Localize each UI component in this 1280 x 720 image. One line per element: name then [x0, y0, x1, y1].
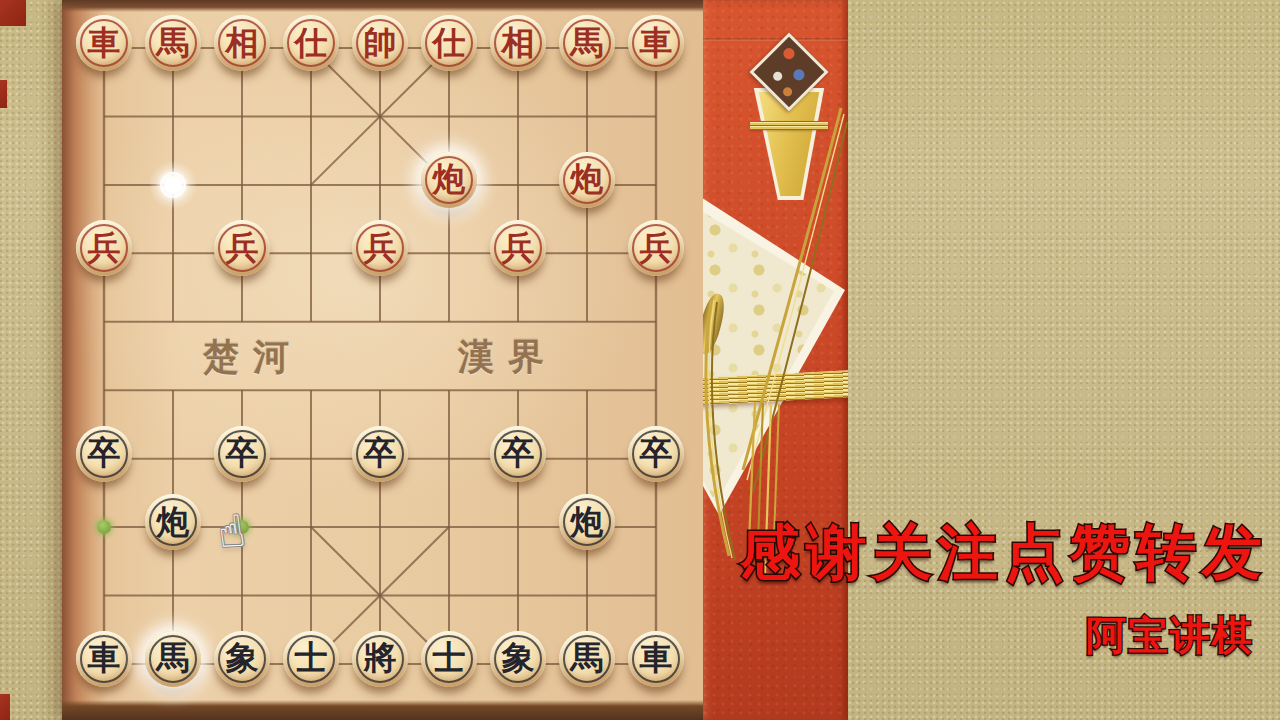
piece-character: 馬 [571, 641, 604, 674]
piece-character: 象 [226, 641, 259, 674]
xiangqi-board[interactable] [62, 0, 708, 720]
piece-red-horse[interactable]: 馬 [559, 15, 615, 71]
piece-character: 士 [295, 641, 328, 674]
paper-crease [703, 38, 848, 41]
piece-character: 炮 [157, 505, 190, 538]
red-paper-sliver [0, 80, 7, 108]
piece-character: 車 [640, 641, 673, 674]
piece-black-advisor[interactable]: 士 [421, 631, 477, 687]
piece-red-soldier[interactable]: 兵 [214, 220, 270, 276]
piece-character: 仕 [433, 26, 466, 59]
piece-red-chariot[interactable]: 車 [628, 15, 684, 71]
banner-text: 感谢关注点赞转发 [740, 520, 1268, 585]
piece-character: 相 [502, 26, 535, 59]
piece-character: 兵 [88, 231, 121, 264]
noshi-gold-band [750, 121, 828, 130]
piece-character: 兵 [226, 231, 259, 264]
board-top-edge [62, 0, 708, 12]
piece-black-general[interactable]: 將 [352, 631, 408, 687]
piece-character: 相 [226, 26, 259, 59]
piece-character: 馬 [157, 26, 190, 59]
piece-black-soldier[interactable]: 卒 [76, 426, 132, 482]
move-hint-dot[interactable] [97, 520, 111, 534]
piece-black-cannon[interactable]: 炮 [145, 494, 201, 550]
piece-black-cannon[interactable]: 炮 [559, 494, 615, 550]
piece-red-soldier[interactable]: 兵 [490, 220, 546, 276]
red-paper-corner [0, 0, 26, 26]
piece-character: 車 [88, 641, 121, 674]
piece-black-chariot[interactable]: 車 [628, 631, 684, 687]
piece-character: 卒 [88, 436, 121, 469]
piece-character: 卒 [364, 436, 397, 469]
piece-black-chariot[interactable]: 車 [76, 631, 132, 687]
piece-red-elephant[interactable]: 相 [490, 15, 546, 71]
piece-black-soldier[interactable]: 卒 [490, 426, 546, 482]
piece-black-elephant[interactable]: 象 [214, 631, 270, 687]
piece-character: 卒 [226, 436, 259, 469]
piece-red-chariot[interactable]: 車 [76, 15, 132, 71]
red-paper-sliver [0, 694, 10, 720]
piece-character: 兵 [502, 231, 535, 264]
piece-red-advisor[interactable]: 仕 [283, 15, 339, 71]
piece-character: 將 [364, 641, 397, 674]
piece-red-cannon[interactable]: 炮 [559, 152, 615, 208]
piece-black-soldier[interactable]: 卒 [628, 426, 684, 482]
piece-character: 炮 [571, 505, 604, 538]
gift-envelope-paper [703, 180, 848, 530]
piece-black-elephant[interactable]: 象 [490, 631, 546, 687]
piece-red-cannon[interactable]: 炮 [421, 152, 477, 208]
piece-red-soldier[interactable]: 兵 [628, 220, 684, 276]
gift-decoration-panel [703, 0, 848, 720]
piece-character: 炮 [433, 162, 466, 195]
piece-black-soldier[interactable]: 卒 [352, 426, 408, 482]
piece-black-soldier[interactable]: 卒 [214, 426, 270, 482]
piece-red-elephant[interactable]: 相 [214, 15, 270, 71]
piece-red-soldier[interactable]: 兵 [76, 220, 132, 276]
board-sheen [62, 0, 708, 720]
piece-black-horse[interactable]: 馬 [145, 631, 201, 687]
xiangqi-app-screen: 楚河 漢界 車馬相仕帥仕相馬車炮炮兵兵兵兵兵卒卒卒卒卒炮炮車馬象士將士象馬車 ☝… [0, 0, 1280, 720]
move-hint-dot[interactable] [235, 520, 249, 534]
piece-red-horse[interactable]: 馬 [145, 15, 201, 71]
piece-character: 馬 [571, 26, 604, 59]
piece-character: 象 [502, 641, 535, 674]
piece-red-general[interactable]: 帥 [352, 15, 408, 71]
piece-character: 兵 [364, 231, 397, 264]
piece-character: 炮 [571, 162, 604, 195]
piece-character: 士 [433, 641, 466, 674]
board-bottom-edge [62, 700, 708, 720]
piece-black-advisor[interactable]: 士 [283, 631, 339, 687]
piece-character: 卒 [640, 436, 673, 469]
piece-character: 車 [640, 26, 673, 59]
piece-character: 車 [88, 26, 121, 59]
piece-character: 仕 [295, 26, 328, 59]
piece-red-advisor[interactable]: 仕 [421, 15, 477, 71]
piece-black-horse[interactable]: 馬 [559, 631, 615, 687]
river-label-right: 漢界 [458, 333, 558, 382]
piece-character: 馬 [157, 641, 190, 674]
piece-character: 帥 [364, 26, 397, 59]
piece-character: 兵 [640, 231, 673, 264]
river-label-left: 楚河 [203, 333, 303, 382]
channel-name-text: 阿宝讲棋 [1086, 608, 1254, 663]
piece-character: 卒 [502, 436, 535, 469]
piece-red-soldier[interactable]: 兵 [352, 220, 408, 276]
